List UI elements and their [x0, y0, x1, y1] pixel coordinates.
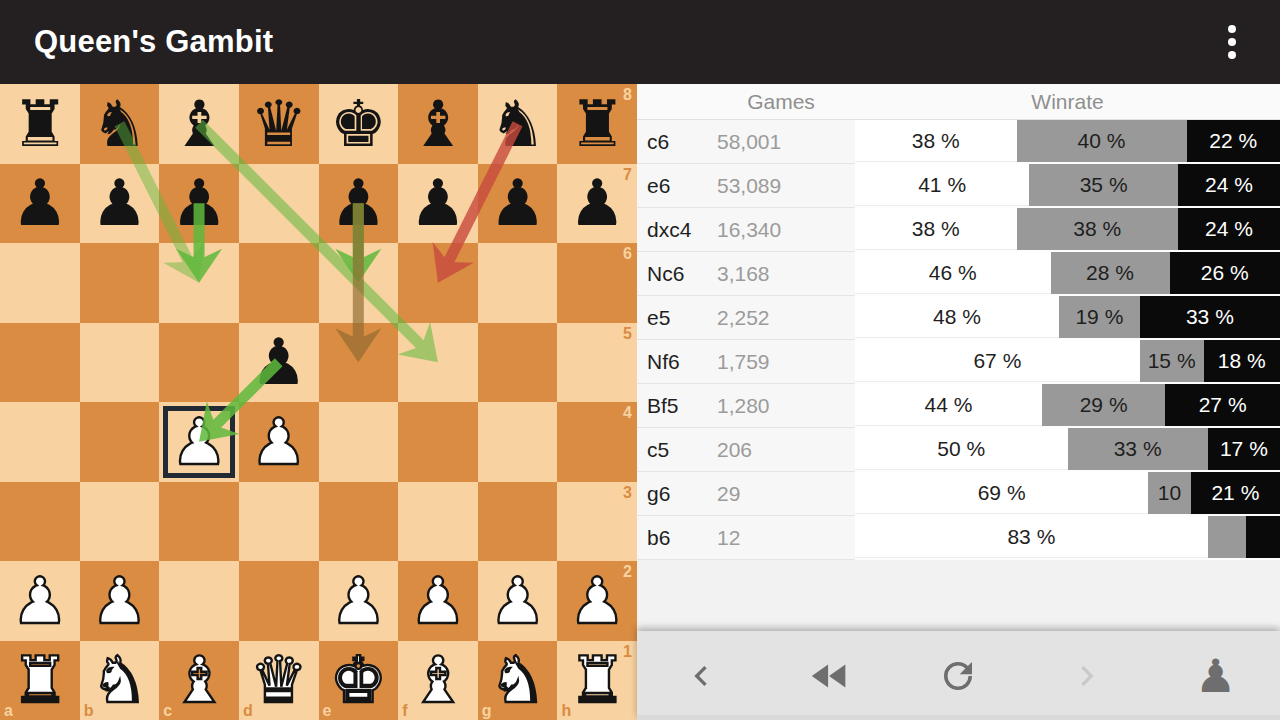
draw-rate-segment: 28 %	[1051, 252, 1170, 294]
square-b8[interactable]: ♞	[80, 84, 160, 164]
opening-move-row-g6[interactable]: g62969 %1021 %	[637, 472, 1280, 516]
black-winrate-segment: 17 %	[1208, 428, 1280, 470]
square-b3[interactable]	[80, 482, 160, 562]
move-label: Bf5	[637, 394, 717, 418]
square-f8[interactable]: ♝	[398, 84, 478, 164]
move-label: e5	[637, 306, 717, 330]
black-winrate-segment: 24 %	[1178, 208, 1280, 250]
piece-black-rook: ♜	[0, 84, 80, 164]
move-info: c658,001	[637, 120, 855, 164]
square-e4[interactable]	[319, 402, 399, 482]
square-g1[interactable]: ♞g	[478, 641, 558, 720]
games-count: 1,759	[717, 350, 770, 374]
square-c6[interactable]	[159, 243, 239, 323]
draw-rate-segment	[1208, 516, 1246, 558]
move-label: c5	[637, 438, 717, 462]
square-a6[interactable]	[0, 243, 80, 323]
square-c1[interactable]: ♝c	[159, 641, 239, 720]
reset-button[interactable]	[894, 631, 1023, 720]
square-e5[interactable]	[319, 323, 399, 403]
square-g6[interactable]	[478, 243, 558, 323]
opening-explorer-app: Queen's Gambit ♜♞♝♛♚♝♞♜8♟♟♟♟♟♟♟76♟5♟♟43♟…	[0, 0, 1280, 720]
games-count: 29	[717, 482, 740, 506]
move-info: c5206	[637, 428, 855, 472]
winrate-bar: 83 %	[855, 516, 1280, 560]
square-a1[interactable]: ♜a	[0, 641, 80, 720]
opening-move-row-dxc4[interactable]: dxc416,34038 %38 %24 %	[637, 208, 1280, 252]
games-count: 12	[717, 526, 740, 550]
piece-white-bishop: ♝	[159, 641, 239, 720]
square-b1[interactable]: ♞b	[80, 641, 160, 720]
square-c3[interactable]	[159, 482, 239, 562]
black-winrate-segment: 21 %	[1191, 472, 1280, 514]
winrate-bar: 38 %40 %22 %	[855, 120, 1280, 164]
square-a5[interactable]	[0, 323, 80, 403]
square-a3[interactable]	[0, 482, 80, 562]
draw-rate-segment: 38 %	[1017, 208, 1179, 250]
move-info: b612	[637, 516, 855, 560]
draw-rate-segment: 35 %	[1029, 164, 1178, 206]
square-d8[interactable]: ♛	[239, 84, 319, 164]
square-a8[interactable]: ♜	[0, 84, 80, 164]
rank-label-6: 6	[623, 245, 632, 263]
piece-white-rook: ♜	[557, 641, 637, 720]
white-winrate-segment: 38 %	[855, 208, 1017, 250]
square-c2[interactable]	[159, 561, 239, 641]
opening-move-row-Nc6[interactable]: Nc63,16846 %28 %26 %	[637, 252, 1280, 296]
black-winrate-segment: 26 %	[1170, 252, 1280, 294]
refresh-icon	[937, 655, 979, 697]
rank-label-3: 3	[623, 484, 632, 502]
piece-black-pawn: ♟	[239, 323, 319, 403]
white-winrate-segment: 48 %	[855, 296, 1059, 338]
draw-rate-segment: 15 %	[1140, 340, 1204, 382]
piece-black-knight: ♞	[80, 84, 160, 164]
piece-black-king: ♚	[319, 84, 399, 164]
winrate-bar: 50 %33 %17 %	[855, 428, 1280, 472]
winrate-column-header: Winrate	[855, 90, 1280, 114]
page-title: Queen's Gambit	[34, 24, 273, 60]
kebab-dot	[1228, 38, 1236, 46]
move-label: c6	[637, 130, 717, 154]
square-g5[interactable]	[478, 323, 558, 403]
square-f1[interactable]: ♝f	[398, 641, 478, 720]
piece-white-knight: ♞	[80, 641, 160, 720]
white-winrate-segment: 44 %	[855, 384, 1042, 426]
opening-move-row-e5[interactable]: e52,25248 %19 %33 %	[637, 296, 1280, 340]
pawn-icon: ♟	[1195, 653, 1236, 699]
square-b2[interactable]: ♟	[80, 561, 160, 641]
piece-white-pawn: ♟	[319, 561, 399, 641]
piece-black-bishop: ♝	[159, 84, 239, 164]
navigation-toolbar: ♟	[637, 631, 1280, 720]
winrate-bar: 46 %28 %26 %	[855, 252, 1280, 296]
square-f6[interactable]	[398, 243, 478, 323]
square-h2[interactable]: ♟2	[557, 561, 637, 641]
white-winrate-segment: 46 %	[855, 252, 1051, 294]
draw-rate-segment: 33 %	[1068, 428, 1208, 470]
square-a7[interactable]: ♟	[0, 164, 80, 244]
piece-white-pawn: ♟	[80, 561, 160, 641]
piece-white-king: ♚	[319, 641, 399, 720]
white-winrate-segment: 83 %	[855, 516, 1208, 558]
square-g3[interactable]	[478, 482, 558, 562]
square-h6[interactable]: 6	[557, 243, 637, 323]
chess-board[interactable]: ♜♞♝♛♚♝♞♜8♟♟♟♟♟♟♟76♟5♟♟43♟♟♟♟♟♟2♜a♞b♝c♛d♚…	[0, 84, 637, 720]
opening-move-row-c6[interactable]: c658,00138 %40 %22 %	[637, 120, 1280, 164]
opening-move-row-c5[interactable]: c520650 %33 %17 %	[637, 428, 1280, 472]
black-winrate-segment	[1246, 516, 1280, 558]
square-h8[interactable]: ♜8	[557, 84, 637, 164]
piece-white-pawn: ♟	[398, 561, 478, 641]
move-info: g629	[637, 472, 855, 516]
piece-black-pawn: ♟	[319, 164, 399, 244]
winrate-bar: 38 %38 %24 %	[855, 208, 1280, 252]
white-winrate-segment: 38 %	[855, 120, 1017, 162]
black-winrate-segment: 18 %	[1204, 340, 1280, 382]
square-f7[interactable]: ♟	[398, 164, 478, 244]
square-d4[interactable]: ♟	[239, 402, 319, 482]
games-column-header: Games	[637, 90, 855, 114]
square-e7[interactable]: ♟	[319, 164, 399, 244]
draw-rate-segment: 19 %	[1059, 296, 1140, 338]
piece-black-bishop: ♝	[398, 84, 478, 164]
square-h3[interactable]: 3	[557, 482, 637, 562]
square-h5[interactable]: 5	[557, 323, 637, 403]
chevron-right-icon	[1067, 656, 1107, 696]
opening-move-row-Nf6[interactable]: Nf61,75967 %15 %18 %	[637, 340, 1280, 384]
piece-black-queen: ♛	[239, 84, 319, 164]
white-winrate-segment: 69 %	[855, 472, 1148, 514]
games-count: 3,168	[717, 262, 770, 286]
games-count: 58,001	[717, 130, 781, 154]
draw-rate-segment: 40 %	[1017, 120, 1187, 162]
square-h1[interactable]: ♜1h	[557, 641, 637, 720]
kebab-dot	[1228, 25, 1236, 33]
winrate-bar: 44 %29 %27 %	[855, 384, 1280, 428]
move-info: Nc63,168	[637, 252, 855, 296]
rank-label-5: 5	[623, 325, 632, 343]
piece-white-rook: ♜	[0, 641, 80, 720]
square-g8[interactable]: ♞	[478, 84, 558, 164]
rewind-button[interactable]	[766, 631, 895, 720]
square-c4[interactable]: ♟	[159, 402, 239, 482]
black-winrate-segment: 27 %	[1165, 384, 1280, 426]
opening-move-row-e6[interactable]: e653,08941 %35 %24 %	[637, 164, 1280, 208]
kebab-dot	[1228, 51, 1236, 59]
games-count: 16,340	[717, 218, 781, 242]
winrate-bar: 41 %35 %24 %	[855, 164, 1280, 208]
move-info: Nf61,759	[637, 340, 855, 384]
piece-black-pawn: ♟	[557, 164, 637, 244]
kebab-menu-icon[interactable]	[1210, 0, 1254, 84]
piece-white-pawn: ♟	[159, 402, 239, 482]
piece-black-pawn: ♟	[80, 164, 160, 244]
moves-table: c658,00138 %40 %22 %e653,08941 %35 %24 %…	[637, 120, 1280, 560]
opening-move-row-Bf5[interactable]: Bf51,28044 %29 %27 %	[637, 384, 1280, 428]
games-count: 206	[717, 438, 752, 462]
square-e2[interactable]: ♟	[319, 561, 399, 641]
piece-black-pawn: ♟	[159, 164, 239, 244]
square-g4[interactable]	[478, 402, 558, 482]
games-count: 2,252	[717, 306, 770, 330]
chevron-left-icon	[681, 656, 721, 696]
move-info: e653,089	[637, 164, 855, 208]
piece-black-pawn: ♟	[398, 164, 478, 244]
square-g7[interactable]: ♟	[478, 164, 558, 244]
square-d5[interactable]: ♟	[239, 323, 319, 403]
square-h7[interactable]: ♟7	[557, 164, 637, 244]
table-header: Games Winrate	[637, 84, 1280, 120]
square-b4[interactable]	[80, 402, 160, 482]
piece-white-pawn: ♟	[239, 402, 319, 482]
draw-rate-segment: 29 %	[1042, 384, 1165, 426]
forward-button[interactable]	[1023, 631, 1152, 720]
black-winrate-segment: 22 %	[1187, 120, 1280, 162]
square-b7[interactable]: ♟	[80, 164, 160, 244]
games-count: 53,089	[717, 174, 781, 198]
move-label: dxc4	[637, 218, 717, 242]
square-c5[interactable]	[159, 323, 239, 403]
piece-white-pawn: ♟	[478, 561, 558, 641]
move-label: Nc6	[637, 262, 717, 286]
winrate-bar: 67 %15 %18 %	[855, 340, 1280, 384]
white-winrate-segment: 41 %	[855, 164, 1029, 206]
white-winrate-segment: 67 %	[855, 340, 1140, 382]
square-d3[interactable]	[239, 482, 319, 562]
square-e6[interactable]	[319, 243, 399, 323]
piece-black-pawn: ♟	[0, 164, 80, 244]
fast-rewind-icon	[807, 653, 853, 699]
square-c7[interactable]: ♟	[159, 164, 239, 244]
square-d6[interactable]	[239, 243, 319, 323]
square-a4[interactable]	[0, 402, 80, 482]
move-label: b6	[637, 526, 717, 550]
piece-black-pawn: ♟	[478, 164, 558, 244]
square-a2[interactable]: ♟	[0, 561, 80, 641]
opening-stats-panel: Games Winrate c658,00138 %40 %22 %e653,0…	[637, 84, 1280, 720]
move-info: e52,252	[637, 296, 855, 340]
square-d1[interactable]: ♛d	[239, 641, 319, 720]
back-button[interactable]	[637, 631, 766, 720]
white-winrate-segment: 50 %	[855, 428, 1068, 470]
app-bar: Queen's Gambit	[0, 0, 1280, 84]
square-e1[interactable]: ♚e	[319, 641, 399, 720]
piece-white-queen: ♛	[239, 641, 319, 720]
black-winrate-segment: 24 %	[1178, 164, 1280, 206]
square-h4[interactable]: 4	[557, 402, 637, 482]
play-as-button[interactable]: ♟	[1151, 631, 1280, 720]
square-b5[interactable]	[80, 323, 160, 403]
piece-white-pawn: ♟	[0, 561, 80, 641]
square-g2[interactable]: ♟	[478, 561, 558, 641]
move-info: Bf51,280	[637, 384, 855, 428]
draw-rate-segment: 10	[1148, 472, 1191, 514]
winrate-bar: 48 %19 %33 %	[855, 296, 1280, 340]
piece-black-knight: ♞	[478, 84, 558, 164]
piece-white-knight: ♞	[478, 641, 558, 720]
piece-black-rook: ♜	[557, 84, 637, 164]
square-f5[interactable]	[398, 323, 478, 403]
square-f3[interactable]	[398, 482, 478, 562]
move-info: dxc416,340	[637, 208, 855, 252]
square-e3[interactable]	[319, 482, 399, 562]
square-e8[interactable]: ♚	[319, 84, 399, 164]
move-label: Nf6	[637, 350, 717, 374]
piece-white-bishop: ♝	[398, 641, 478, 720]
square-b6[interactable]	[80, 243, 160, 323]
square-d2[interactable]	[239, 561, 319, 641]
winrate-bar: 69 %1021 %	[855, 472, 1280, 516]
square-c8[interactable]: ♝	[159, 84, 239, 164]
square-f2[interactable]: ♟	[398, 561, 478, 641]
move-label: g6	[637, 482, 717, 506]
square-d7[interactable]	[239, 164, 319, 244]
opening-move-row-b6[interactable]: b61283 %	[637, 516, 1280, 560]
piece-white-pawn: ♟	[557, 561, 637, 641]
games-count: 1,280	[717, 394, 770, 418]
rank-label-4: 4	[623, 404, 632, 422]
move-label: e6	[637, 174, 717, 198]
square-f4[interactable]	[398, 402, 478, 482]
black-winrate-segment: 33 %	[1140, 296, 1280, 338]
